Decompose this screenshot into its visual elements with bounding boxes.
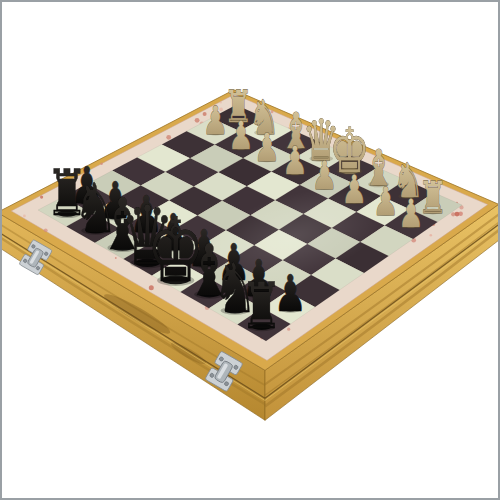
border-speckle	[287, 328, 290, 331]
border-speckle	[430, 234, 433, 237]
piece-white-pawn: ♟	[254, 124, 280, 169]
chess-set-scene: ♜♞♝♛♚♝♞♜♟♟♟♟♟♟♟♟♟♟♟♟♟♟♟♟♜♞♝♛♚♝♞♜	[0, 0, 500, 500]
piece-white-pawn: ♟	[373, 178, 399, 223]
product-photo: ♜♞♝♛♚♝♞♜♟♟♟♟♟♟♟♟♟♟♟♟♟♟♟♟♜♞♝♛♚♝♞♜	[0, 0, 500, 500]
piece-white-pawn: ♟	[282, 138, 308, 183]
piece-white-pawn: ♟	[228, 113, 254, 158]
piece-white-pawn: ♟	[398, 191, 424, 236]
piece-white-pawn: ♟	[341, 166, 367, 211]
border-speckle	[40, 196, 43, 199]
border-speckle	[23, 215, 26, 218]
border-speckle	[195, 118, 200, 123]
piece-black-rook: ♜	[240, 269, 282, 343]
border-speckle	[451, 212, 455, 216]
piece-white-pawn: ♟	[203, 98, 229, 143]
piece-white-pawn: ♟	[311, 152, 337, 197]
border-speckle	[166, 135, 171, 140]
border-speckle	[455, 212, 460, 217]
